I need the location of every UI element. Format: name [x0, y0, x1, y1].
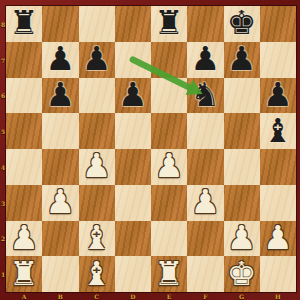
square-f5[interactable]	[187, 113, 223, 149]
black-king[interactable]: ♚	[227, 6, 257, 39]
black-rook[interactable]: ♜	[9, 6, 39, 39]
square-a2[interactable]: ♟	[6, 221, 42, 257]
white-pawn[interactable]: ♟	[263, 221, 293, 254]
white-pawn[interactable]: ♟	[227, 221, 257, 254]
square-h5[interactable]: ♝	[260, 113, 296, 149]
square-d4[interactable]	[115, 149, 151, 185]
file-label-h: H	[275, 293, 281, 300]
file-label-b: B	[58, 293, 63, 300]
square-d8[interactable]	[115, 6, 151, 42]
square-e1[interactable]: ♜	[151, 256, 187, 292]
file-label-g: G	[239, 293, 244, 300]
square-c5[interactable]	[79, 113, 115, 149]
black-pawn[interactable]: ♟	[227, 42, 257, 75]
black-pawn[interactable]: ♟	[191, 42, 221, 75]
square-e6[interactable]	[151, 78, 187, 114]
square-a1[interactable]: ♜	[6, 256, 42, 292]
square-f1[interactable]	[187, 256, 223, 292]
square-a3[interactable]	[6, 185, 42, 221]
square-h6[interactable]: ♟	[260, 78, 296, 114]
square-f7[interactable]: ♟	[187, 42, 223, 78]
square-c6[interactable]	[79, 78, 115, 114]
rank-label-8: 8	[0, 20, 6, 27]
square-b5[interactable]	[42, 113, 78, 149]
square-f2[interactable]	[187, 221, 223, 257]
square-b2[interactable]	[42, 221, 78, 257]
square-c7[interactable]: ♟	[79, 42, 115, 78]
file-label-f: F	[203, 293, 207, 300]
rank-label-2: 2	[0, 235, 6, 242]
rank-label-3: 3	[0, 199, 6, 206]
square-c8[interactable]	[79, 6, 115, 42]
white-rook[interactable]: ♜	[154, 257, 184, 290]
square-b3[interactable]: ♟	[42, 185, 78, 221]
chess-board[interactable]: ♜♜♚♟♟♟♟♟♟♞♟♝♟♟♟♟♟♝♟♟♜♝♜♚	[6, 6, 296, 292]
rank-label-1: 1	[0, 271, 6, 278]
square-e7[interactable]	[151, 42, 187, 78]
square-c3[interactable]	[79, 185, 115, 221]
file-label-c: C	[94, 293, 99, 300]
square-a6[interactable]	[6, 78, 42, 114]
square-e5[interactable]	[151, 113, 187, 149]
square-h4[interactable]	[260, 149, 296, 185]
square-h7[interactable]	[260, 42, 296, 78]
square-h8[interactable]	[260, 6, 296, 42]
black-knight[interactable]: ♞	[191, 78, 221, 111]
square-b7[interactable]: ♟	[42, 42, 78, 78]
square-g6[interactable]	[224, 78, 260, 114]
square-g3[interactable]	[224, 185, 260, 221]
square-d6[interactable]: ♟	[115, 78, 151, 114]
square-f8[interactable]	[187, 6, 223, 42]
rank-label-6: 6	[0, 92, 6, 99]
black-pawn[interactable]: ♟	[118, 78, 148, 111]
square-g1[interactable]: ♚	[224, 256, 260, 292]
square-h2[interactable]: ♟	[260, 221, 296, 257]
white-pawn[interactable]: ♟	[191, 185, 221, 218]
white-bishop[interactable]: ♝	[82, 257, 112, 290]
white-bishop[interactable]: ♝	[82, 221, 112, 254]
square-f6[interactable]: ♞	[187, 78, 223, 114]
square-g7[interactable]: ♟	[224, 42, 260, 78]
rank-label-4: 4	[0, 163, 6, 170]
square-f3[interactable]: ♟	[187, 185, 223, 221]
square-h1[interactable]	[260, 256, 296, 292]
rank-label-5: 5	[0, 128, 6, 135]
square-d7[interactable]	[115, 42, 151, 78]
square-g8[interactable]: ♚	[224, 6, 260, 42]
square-a8[interactable]: ♜	[6, 6, 42, 42]
square-b6[interactable]: ♟	[42, 78, 78, 114]
square-g4[interactable]	[224, 149, 260, 185]
square-e2[interactable]	[151, 221, 187, 257]
file-label-d: D	[130, 293, 135, 300]
square-d2[interactable]	[115, 221, 151, 257]
square-e4[interactable]: ♟	[151, 149, 187, 185]
square-b1[interactable]	[42, 256, 78, 292]
white-king[interactable]: ♚	[227, 257, 257, 290]
square-a7[interactable]	[6, 42, 42, 78]
black-bishop[interactable]: ♝	[263, 114, 293, 147]
square-c4[interactable]: ♟	[79, 149, 115, 185]
square-a5[interactable]	[6, 113, 42, 149]
black-rook[interactable]: ♜	[154, 6, 184, 39]
white-pawn[interactable]: ♟	[9, 221, 39, 254]
square-b4[interactable]	[42, 149, 78, 185]
square-c2[interactable]: ♝	[79, 221, 115, 257]
square-b8[interactable]	[42, 6, 78, 42]
black-pawn[interactable]: ♟	[263, 78, 293, 111]
white-rook[interactable]: ♜	[9, 257, 39, 290]
rank-label-7: 7	[0, 56, 6, 63]
white-pawn[interactable]: ♟	[82, 149, 112, 182]
black-pawn[interactable]: ♟	[46, 78, 76, 111]
square-a4[interactable]	[6, 149, 42, 185]
square-h3[interactable]	[260, 185, 296, 221]
square-c1[interactable]: ♝	[79, 256, 115, 292]
board-frame: ♜♜♚♟♟♟♟♟♟♞♟♝♟♟♟♟♟♝♟♟♜♝♜♚ 87654321 ABCDEF…	[0, 0, 300, 300]
black-pawn[interactable]: ♟	[82, 42, 112, 75]
square-e8[interactable]: ♜	[151, 6, 187, 42]
white-pawn[interactable]: ♟	[154, 149, 184, 182]
square-d3[interactable]	[115, 185, 151, 221]
square-d5[interactable]	[115, 113, 151, 149]
file-label-a: A	[22, 293, 27, 300]
black-pawn[interactable]: ♟	[46, 42, 76, 75]
square-d1[interactable]	[115, 256, 151, 292]
square-g2[interactable]: ♟	[224, 221, 260, 257]
square-f4[interactable]	[187, 149, 223, 185]
square-g5[interactable]	[224, 113, 260, 149]
white-pawn[interactable]: ♟	[46, 185, 76, 218]
square-e3[interactable]	[151, 185, 187, 221]
file-label-e: E	[167, 293, 172, 300]
